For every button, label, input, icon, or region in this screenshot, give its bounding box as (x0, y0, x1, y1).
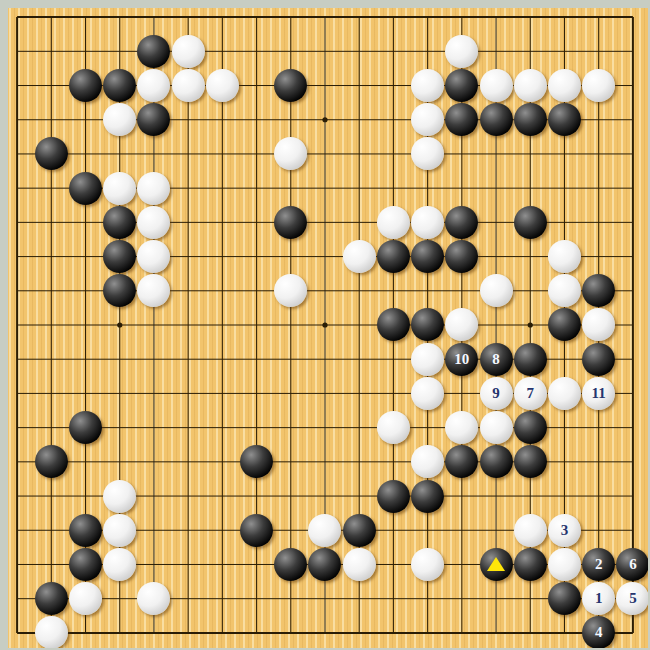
intersection[interactable] (239, 547, 273, 581)
intersection[interactable] (445, 479, 479, 513)
intersection[interactable] (205, 239, 239, 273)
intersection[interactable] (411, 616, 445, 650)
intersection[interactable] (513, 171, 547, 205)
intersection[interactable] (445, 34, 479, 68)
intersection[interactable] (308, 547, 342, 581)
intersection[interactable] (34, 342, 68, 376)
intersection[interactable] (547, 342, 581, 376)
intersection[interactable] (479, 616, 513, 650)
intersection[interactable] (137, 308, 171, 342)
intersection[interactable] (342, 513, 376, 547)
intersection[interactable] (616, 616, 650, 650)
intersection[interactable] (342, 68, 376, 102)
intersection[interactable] (547, 34, 581, 68)
intersection[interactable] (445, 274, 479, 308)
intersection[interactable] (274, 376, 308, 410)
intersection[interactable] (68, 376, 102, 410)
intersection[interactable] (445, 205, 479, 239)
intersection[interactable] (445, 68, 479, 102)
intersection[interactable] (34, 239, 68, 273)
intersection[interactable] (479, 103, 513, 137)
intersection[interactable] (513, 582, 547, 616)
intersection[interactable] (103, 479, 137, 513)
intersection[interactable] (137, 582, 171, 616)
go-board[interactable]: 1089711326154 (0, 0, 650, 650)
intersection[interactable] (274, 342, 308, 376)
intersection[interactable] (376, 34, 410, 68)
intersection[interactable] (171, 479, 205, 513)
intersection[interactable] (513, 239, 547, 273)
intersection[interactable] (239, 68, 273, 102)
intersection[interactable] (34, 445, 68, 479)
intersection[interactable] (239, 103, 273, 137)
intersection[interactable] (34, 547, 68, 581)
intersection[interactable] (513, 103, 547, 137)
intersection[interactable] (411, 239, 445, 273)
intersection[interactable] (171, 274, 205, 308)
intersection[interactable] (103, 171, 137, 205)
intersection[interactable] (137, 513, 171, 547)
intersection[interactable] (308, 68, 342, 102)
intersection[interactable] (171, 103, 205, 137)
intersection[interactable] (547, 411, 581, 445)
intersection[interactable] (411, 582, 445, 616)
intersection[interactable] (171, 171, 205, 205)
intersection[interactable] (342, 308, 376, 342)
intersection[interactable] (308, 205, 342, 239)
intersection[interactable] (171, 308, 205, 342)
intersection[interactable] (68, 547, 102, 581)
intersection[interactable] (68, 34, 102, 68)
intersection[interactable] (547, 445, 581, 479)
intersection[interactable] (513, 411, 547, 445)
intersection[interactable] (582, 68, 616, 102)
intersection[interactable] (411, 274, 445, 308)
intersection[interactable] (616, 103, 650, 137)
intersection[interactable] (171, 616, 205, 650)
intersection[interactable] (445, 616, 479, 650)
intersection[interactable] (68, 171, 102, 205)
intersection[interactable] (68, 68, 102, 102)
intersection[interactable] (342, 274, 376, 308)
intersection[interactable] (411, 68, 445, 102)
intersection[interactable] (68, 239, 102, 273)
intersection[interactable] (171, 342, 205, 376)
intersection[interactable] (171, 547, 205, 581)
intersection[interactable] (34, 308, 68, 342)
intersection[interactable] (582, 513, 616, 547)
intersection[interactable] (616, 479, 650, 513)
intersection[interactable] (547, 137, 581, 171)
intersection[interactable] (616, 513, 650, 547)
intersection[interactable] (34, 513, 68, 547)
intersection[interactable] (445, 547, 479, 581)
intersection[interactable] (171, 513, 205, 547)
intersection[interactable] (342, 411, 376, 445)
intersection[interactable] (582, 34, 616, 68)
intersection[interactable] (103, 445, 137, 479)
intersection[interactable] (479, 479, 513, 513)
intersection[interactable] (445, 445, 479, 479)
intersection[interactable] (376, 479, 410, 513)
intersection[interactable] (616, 411, 650, 445)
intersection[interactable] (376, 308, 410, 342)
intersection[interactable] (68, 411, 102, 445)
intersection[interactable] (479, 274, 513, 308)
intersection[interactable] (445, 376, 479, 410)
intersection[interactable] (274, 34, 308, 68)
intersection[interactable] (68, 513, 102, 547)
intersection[interactable]: 5 (616, 582, 650, 616)
intersection[interactable] (616, 137, 650, 171)
intersection[interactable] (34, 68, 68, 102)
intersection[interactable]: 11 (582, 376, 616, 410)
intersection[interactable] (308, 445, 342, 479)
intersection[interactable] (137, 547, 171, 581)
intersection[interactable] (376, 616, 410, 650)
intersection[interactable] (68, 342, 102, 376)
intersection[interactable] (582, 411, 616, 445)
intersection[interactable] (239, 582, 273, 616)
intersection[interactable] (205, 582, 239, 616)
intersection[interactable] (205, 308, 239, 342)
intersection[interactable] (274, 274, 308, 308)
intersection[interactable] (411, 308, 445, 342)
intersection[interactable] (171, 445, 205, 479)
intersection[interactable] (342, 342, 376, 376)
intersection[interactable] (513, 479, 547, 513)
intersection[interactable] (274, 411, 308, 445)
intersection[interactable] (239, 342, 273, 376)
intersection[interactable] (103, 68, 137, 102)
intersection[interactable] (411, 137, 445, 171)
intersection[interactable] (308, 376, 342, 410)
intersection[interactable] (513, 137, 547, 171)
intersection[interactable] (137, 411, 171, 445)
intersection[interactable] (274, 616, 308, 650)
intersection[interactable] (411, 171, 445, 205)
intersection[interactable] (274, 547, 308, 581)
intersection[interactable] (171, 205, 205, 239)
intersection[interactable] (308, 582, 342, 616)
intersection[interactable] (34, 103, 68, 137)
intersection[interactable] (137, 274, 171, 308)
intersection[interactable] (103, 411, 137, 445)
intersection[interactable] (205, 103, 239, 137)
intersection[interactable] (239, 205, 273, 239)
intersection[interactable] (342, 34, 376, 68)
intersection[interactable] (616, 342, 650, 376)
intersection[interactable] (616, 274, 650, 308)
intersection[interactable] (376, 239, 410, 273)
intersection[interactable]: 4 (582, 616, 616, 650)
intersection[interactable] (171, 137, 205, 171)
intersection[interactable] (342, 171, 376, 205)
intersection[interactable] (479, 308, 513, 342)
intersection[interactable] (205, 34, 239, 68)
intersection[interactable] (513, 547, 547, 581)
intersection[interactable] (342, 616, 376, 650)
intersection[interactable] (68, 137, 102, 171)
intersection[interactable] (513, 34, 547, 68)
intersection[interactable] (616, 68, 650, 102)
intersection[interactable] (547, 479, 581, 513)
intersection[interactable] (411, 479, 445, 513)
intersection[interactable] (68, 274, 102, 308)
intersection[interactable] (239, 479, 273, 513)
intersection[interactable] (205, 411, 239, 445)
intersection[interactable] (411, 513, 445, 547)
intersection[interactable] (103, 34, 137, 68)
intersection[interactable] (34, 376, 68, 410)
intersection[interactable] (582, 205, 616, 239)
intersection[interactable] (274, 445, 308, 479)
intersection[interactable]: 6 (616, 547, 650, 581)
intersection[interactable]: 2 (582, 547, 616, 581)
intersection[interactable] (308, 513, 342, 547)
intersection[interactable] (308, 616, 342, 650)
intersection[interactable] (103, 582, 137, 616)
intersection[interactable] (411, 342, 445, 376)
intersection[interactable] (103, 103, 137, 137)
intersection[interactable]: 7 (513, 376, 547, 410)
intersection[interactable] (376, 103, 410, 137)
intersection[interactable] (479, 239, 513, 273)
intersection[interactable] (376, 171, 410, 205)
intersection[interactable] (513, 513, 547, 547)
intersection[interactable] (479, 68, 513, 102)
intersection[interactable] (274, 582, 308, 616)
intersection[interactable] (239, 171, 273, 205)
intersection[interactable] (342, 479, 376, 513)
intersection[interactable] (547, 616, 581, 650)
intersection[interactable] (274, 171, 308, 205)
intersection[interactable] (342, 239, 376, 273)
intersection[interactable] (479, 171, 513, 205)
intersection[interactable] (547, 308, 581, 342)
intersection[interactable] (274, 68, 308, 102)
intersection[interactable] (137, 445, 171, 479)
intersection[interactable] (376, 582, 410, 616)
intersection[interactable] (103, 274, 137, 308)
intersection[interactable] (479, 34, 513, 68)
intersection[interactable] (103, 137, 137, 171)
intersection[interactable] (274, 239, 308, 273)
intersection[interactable] (308, 308, 342, 342)
intersection[interactable] (376, 137, 410, 171)
intersection[interactable] (171, 239, 205, 273)
intersection[interactable] (479, 411, 513, 445)
intersection[interactable]: 10 (445, 342, 479, 376)
intersection[interactable] (171, 411, 205, 445)
intersection[interactable] (34, 479, 68, 513)
intersection[interactable] (411, 376, 445, 410)
intersection[interactable] (582, 445, 616, 479)
intersection[interactable] (205, 479, 239, 513)
intersection[interactable]: 8 (479, 342, 513, 376)
intersection[interactable] (34, 616, 68, 650)
intersection[interactable] (137, 239, 171, 273)
intersection[interactable] (616, 205, 650, 239)
intersection[interactable] (308, 411, 342, 445)
intersection[interactable] (547, 376, 581, 410)
intersection[interactable] (34, 34, 68, 68)
intersection[interactable] (103, 342, 137, 376)
intersection[interactable] (376, 547, 410, 581)
intersection[interactable] (137, 479, 171, 513)
intersection[interactable] (239, 616, 273, 650)
intersection[interactable] (239, 445, 273, 479)
intersection[interactable] (616, 34, 650, 68)
intersection[interactable] (513, 274, 547, 308)
intersection[interactable] (308, 342, 342, 376)
intersection[interactable] (342, 205, 376, 239)
intersection[interactable] (308, 103, 342, 137)
intersection[interactable] (68, 479, 102, 513)
intersection[interactable] (445, 137, 479, 171)
intersection[interactable] (34, 274, 68, 308)
intersection[interactable] (513, 445, 547, 479)
intersection[interactable] (411, 445, 445, 479)
intersection[interactable] (137, 34, 171, 68)
intersection[interactable] (68, 205, 102, 239)
intersection[interactable] (479, 513, 513, 547)
intersection[interactable] (582, 137, 616, 171)
intersection[interactable] (411, 103, 445, 137)
intersection[interactable] (445, 103, 479, 137)
intersection[interactable] (376, 445, 410, 479)
intersection[interactable] (137, 342, 171, 376)
intersection[interactable] (274, 513, 308, 547)
intersection[interactable] (547, 103, 581, 137)
intersection[interactable] (342, 103, 376, 137)
intersection[interactable] (103, 376, 137, 410)
intersection[interactable] (547, 171, 581, 205)
intersection[interactable] (513, 205, 547, 239)
intersection[interactable] (68, 582, 102, 616)
intersection[interactable] (376, 513, 410, 547)
intersection[interactable] (582, 479, 616, 513)
intersection[interactable] (411, 411, 445, 445)
intersection[interactable] (342, 376, 376, 410)
intersection[interactable] (205, 513, 239, 547)
intersection[interactable] (34, 582, 68, 616)
intersection[interactable] (103, 513, 137, 547)
intersection[interactable] (376, 205, 410, 239)
intersection[interactable] (137, 137, 171, 171)
intersection[interactable] (445, 308, 479, 342)
intersection[interactable] (239, 239, 273, 273)
intersection[interactable] (274, 103, 308, 137)
intersection[interactable] (239, 411, 273, 445)
intersection[interactable] (137, 376, 171, 410)
intersection[interactable] (376, 68, 410, 102)
intersection[interactable] (34, 205, 68, 239)
intersection[interactable] (308, 479, 342, 513)
intersection[interactable] (513, 616, 547, 650)
intersection[interactable] (411, 547, 445, 581)
intersection[interactable] (239, 308, 273, 342)
intersection[interactable] (376, 411, 410, 445)
intersection[interactable] (547, 547, 581, 581)
intersection[interactable] (239, 513, 273, 547)
intersection[interactable] (513, 342, 547, 376)
intersection[interactable] (171, 68, 205, 102)
intersection[interactable] (239, 34, 273, 68)
intersection[interactable] (342, 137, 376, 171)
intersection[interactable] (274, 205, 308, 239)
intersection[interactable] (547, 68, 581, 102)
intersection[interactable] (68, 445, 102, 479)
intersection[interactable] (103, 239, 137, 273)
intersection[interactable] (68, 616, 102, 650)
intersection[interactable] (445, 171, 479, 205)
intersection[interactable] (445, 411, 479, 445)
intersection[interactable] (616, 171, 650, 205)
intersection[interactable] (582, 171, 616, 205)
intersection[interactable] (513, 308, 547, 342)
intersection[interactable] (411, 34, 445, 68)
intersection[interactable] (616, 239, 650, 273)
intersection[interactable] (34, 411, 68, 445)
intersection[interactable] (205, 137, 239, 171)
intersection[interactable] (239, 274, 273, 308)
intersection[interactable] (205, 274, 239, 308)
intersection[interactable] (103, 547, 137, 581)
intersection[interactable] (308, 171, 342, 205)
intersection[interactable] (308, 137, 342, 171)
intersection[interactable] (274, 308, 308, 342)
intersection[interactable] (171, 34, 205, 68)
intersection[interactable] (68, 308, 102, 342)
intersection[interactable] (239, 376, 273, 410)
intersection[interactable] (342, 582, 376, 616)
intersection[interactable] (205, 616, 239, 650)
intersection[interactable] (582, 274, 616, 308)
intersection[interactable] (616, 308, 650, 342)
intersection[interactable] (137, 68, 171, 102)
intersection[interactable] (376, 342, 410, 376)
intersection[interactable] (513, 68, 547, 102)
intersection[interactable] (445, 582, 479, 616)
intersection[interactable] (68, 103, 102, 137)
intersection[interactable] (137, 616, 171, 650)
intersection[interactable] (205, 68, 239, 102)
intersection[interactable] (34, 171, 68, 205)
intersection[interactable] (103, 205, 137, 239)
intersection[interactable] (205, 342, 239, 376)
intersection[interactable] (205, 376, 239, 410)
intersection[interactable] (547, 582, 581, 616)
intersection[interactable] (616, 376, 650, 410)
intersection[interactable] (34, 137, 68, 171)
intersection[interactable] (103, 308, 137, 342)
intersection[interactable] (479, 445, 513, 479)
intersection[interactable] (205, 171, 239, 205)
intersection[interactable] (137, 171, 171, 205)
intersection[interactable] (547, 274, 581, 308)
intersection[interactable] (582, 342, 616, 376)
intersection[interactable] (445, 513, 479, 547)
intersection[interactable] (342, 547, 376, 581)
intersection[interactable] (308, 274, 342, 308)
intersection[interactable] (137, 205, 171, 239)
intersection[interactable] (239, 137, 273, 171)
intersection[interactable] (274, 137, 308, 171)
intersection[interactable] (582, 103, 616, 137)
intersection[interactable] (342, 445, 376, 479)
intersection[interactable] (445, 239, 479, 273)
